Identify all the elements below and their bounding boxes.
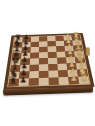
square [28, 78, 38, 86]
square: ♜ [78, 76, 89, 84]
piece-black-rook: ♜ [13, 33, 22, 43]
piece-white-rook: ♜ [71, 31, 80, 41]
chess-set-photo: ♜♟♟♜♞♟♟♞♝♟♟♝♛♟♟♛♚♟♟♚♝♟♟♝♞♟♟♞♜♟♟♜ [0, 0, 95, 126]
square [58, 77, 69, 85]
board-frame: ♜♟♟♜♞♟♟♞♝♟♟♝♛♟♟♛♚♟♟♚♝♟♟♝♞♟♟♞♜♟♟♜ [3, 33, 94, 90]
square: ♜ [8, 79, 19, 87]
board-tilt: ♜♟♟♜♞♟♟♞♝♟♟♝♛♟♟♛♚♟♟♚♝♟♟♝♞♟♟♞♜♟♟♜ [0, 0, 95, 126]
square [48, 77, 58, 85]
piece-black-pawn: ♟ [22, 33, 31, 43]
piece-white-pawn: ♟ [63, 31, 72, 41]
square: ♟ [68, 77, 79, 85]
square [38, 78, 48, 86]
clasp-icon [86, 48, 90, 56]
chess-board: ♜♟♟♜♞♟♟♞♝♟♟♝♛♟♟♛♚♟♟♚♝♟♟♝♞♟♟♞♜♟♟♜ [8, 35, 89, 86]
square: ♟ [18, 78, 28, 86]
